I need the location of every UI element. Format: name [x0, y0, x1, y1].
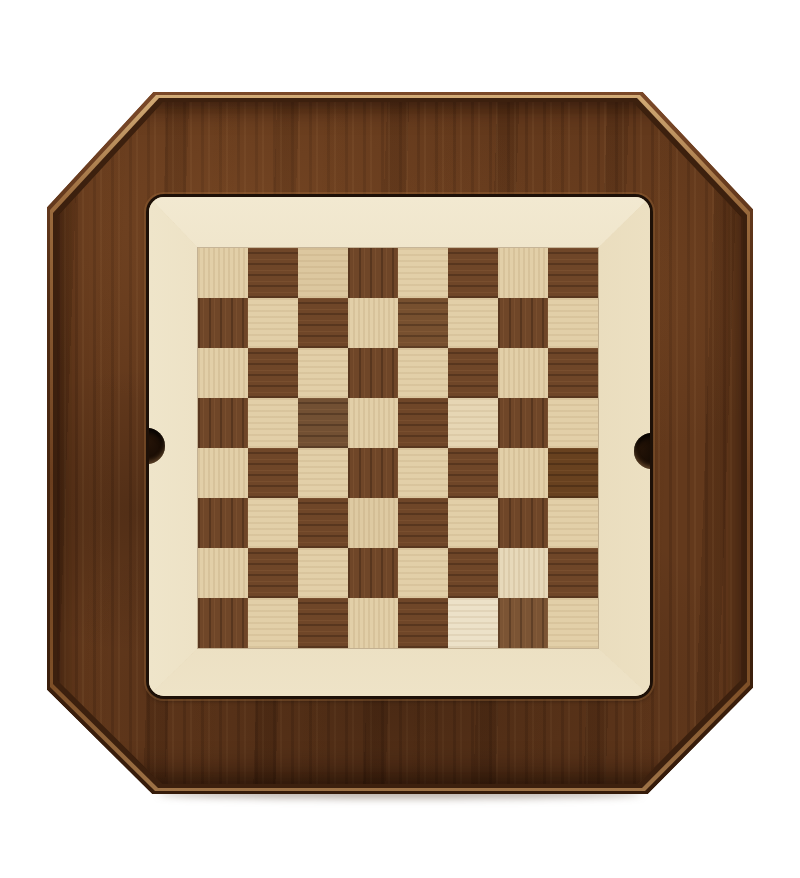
- square-d4[interactable]: [348, 448, 398, 498]
- square-b4[interactable]: [248, 448, 298, 498]
- square-d7[interactable]: [348, 298, 398, 348]
- square-d3[interactable]: [348, 498, 398, 548]
- square-g5[interactable]: [498, 398, 548, 448]
- square-f8[interactable]: [448, 248, 498, 298]
- square-c5[interactable]: [298, 398, 348, 448]
- square-f1[interactable]: [448, 598, 498, 648]
- product-photo-stage: [0, 0, 800, 878]
- square-e7[interactable]: [398, 298, 448, 348]
- square-e1[interactable]: [398, 598, 448, 648]
- square-c7[interactable]: [298, 298, 348, 348]
- square-f2[interactable]: [448, 548, 498, 598]
- square-d8[interactable]: [348, 248, 398, 298]
- square-f4[interactable]: [448, 448, 498, 498]
- square-a8[interactable]: [198, 248, 248, 298]
- square-h7[interactable]: [548, 298, 598, 348]
- square-d6[interactable]: [348, 348, 398, 398]
- square-b8[interactable]: [248, 248, 298, 298]
- square-h8[interactable]: [548, 248, 598, 298]
- square-f7[interactable]: [448, 298, 498, 348]
- square-b2[interactable]: [248, 548, 298, 598]
- square-a7[interactable]: [198, 298, 248, 348]
- board-insert-maple: [149, 197, 650, 696]
- square-h4[interactable]: [548, 448, 598, 498]
- square-h3[interactable]: [548, 498, 598, 548]
- square-f3[interactable]: [448, 498, 498, 548]
- square-g8[interactable]: [498, 248, 548, 298]
- square-a6[interactable]: [198, 348, 248, 398]
- square-e2[interactable]: [398, 548, 448, 598]
- square-d2[interactable]: [348, 548, 398, 598]
- square-g4[interactable]: [498, 448, 548, 498]
- square-c1[interactable]: [298, 598, 348, 648]
- square-h1[interactable]: [548, 598, 598, 648]
- game-table-top: [47, 92, 753, 794]
- square-b6[interactable]: [248, 348, 298, 398]
- square-c2[interactable]: [298, 548, 348, 598]
- square-g6[interactable]: [498, 348, 548, 398]
- square-h6[interactable]: [548, 348, 598, 398]
- square-a2[interactable]: [198, 548, 248, 598]
- square-e6[interactable]: [398, 348, 448, 398]
- square-g3[interactable]: [498, 498, 548, 548]
- square-h2[interactable]: [548, 548, 598, 598]
- square-c3[interactable]: [298, 498, 348, 548]
- square-a4[interactable]: [198, 448, 248, 498]
- square-e5[interactable]: [398, 398, 448, 448]
- square-f5[interactable]: [448, 398, 498, 448]
- square-c8[interactable]: [298, 248, 348, 298]
- square-b3[interactable]: [248, 498, 298, 548]
- chessboard: [198, 248, 598, 648]
- square-b5[interactable]: [248, 398, 298, 448]
- square-g1[interactable]: [498, 598, 548, 648]
- square-c4[interactable]: [298, 448, 348, 498]
- square-g2[interactable]: [498, 548, 548, 598]
- square-b7[interactable]: [248, 298, 298, 348]
- square-b1[interactable]: [248, 598, 298, 648]
- square-a3[interactable]: [198, 498, 248, 548]
- square-g7[interactable]: [498, 298, 548, 348]
- board-insert-seam: [146, 194, 653, 699]
- square-c6[interactable]: [298, 348, 348, 398]
- square-d5[interactable]: [348, 398, 398, 448]
- square-e3[interactable]: [398, 498, 448, 548]
- square-h5[interactable]: [548, 398, 598, 448]
- square-d1[interactable]: [348, 598, 398, 648]
- square-a5[interactable]: [198, 398, 248, 448]
- square-f6[interactable]: [448, 348, 498, 398]
- square-e4[interactable]: [398, 448, 448, 498]
- square-a1[interactable]: [198, 598, 248, 648]
- square-e8[interactable]: [398, 248, 448, 298]
